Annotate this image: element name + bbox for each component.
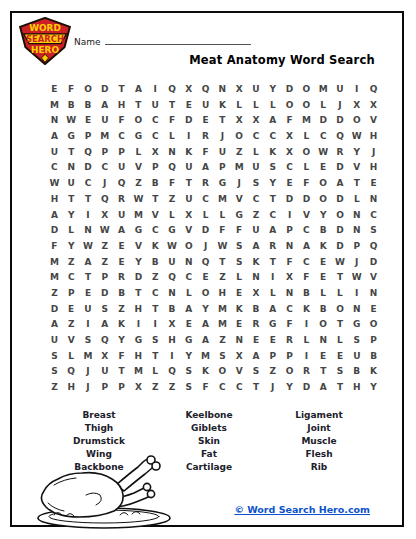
grid-cell[interactable]: D — [96, 286, 113, 302]
grid-cell[interactable]: F — [298, 270, 315, 286]
grid-cell[interactable]: D — [46, 223, 63, 239]
grid-cell[interactable]: E — [80, 286, 97, 302]
grid-cell[interactable]: L — [332, 286, 349, 302]
grid-cell[interactable]: R — [197, 176, 214, 192]
grid-cell[interactable]: O — [315, 176, 332, 192]
grid-cell[interactable]: L — [180, 286, 197, 302]
grid-cell[interactable]: G — [348, 317, 365, 333]
grid-cell[interactable]: D — [281, 82, 298, 98]
grid-cell[interactable]: Y — [365, 380, 382, 396]
grid-cell[interactable]: C — [147, 113, 164, 129]
grid-cell[interactable]: D — [332, 239, 349, 255]
grid-cell[interactable]: S — [214, 349, 231, 365]
grid-cell[interactable]: C — [96, 160, 113, 176]
grid-cell[interactable]: O — [298, 145, 315, 161]
grid-cell[interactable]: Z — [147, 380, 164, 396]
grid-cell[interactable]: O — [80, 82, 97, 98]
grid-cell[interactable]: B — [248, 302, 265, 318]
grid-cell[interactable]: P — [96, 270, 113, 286]
grid-cell[interactable]: V — [365, 113, 382, 129]
grid-cell[interactable]: B — [315, 302, 332, 318]
grid-cell[interactable]: O — [315, 192, 332, 208]
grid-cell[interactable]: H — [348, 380, 365, 396]
grid-cell[interactable]: A — [264, 302, 281, 318]
grid-cell[interactable]: T — [63, 145, 80, 161]
grid-cell[interactable]: I — [264, 270, 281, 286]
grid-cell[interactable]: N — [164, 286, 181, 302]
grid-cell[interactable]: Y — [315, 208, 332, 224]
grid-cell[interactable]: O — [365, 317, 382, 333]
grid-cell[interactable]: L — [164, 208, 181, 224]
grid-cell[interactable]: T — [315, 364, 332, 380]
grid-cell[interactable]: C — [264, 129, 281, 145]
grid-cell[interactable]: N — [164, 145, 181, 161]
grid-cell[interactable]: F — [63, 82, 80, 98]
grid-cell[interactable]: H — [46, 192, 63, 208]
grid-cell[interactable]: T — [348, 176, 365, 192]
grid-cell[interactable]: T — [180, 176, 197, 192]
grid-cell[interactable]: T — [63, 192, 80, 208]
grid-cell[interactable]: R — [298, 364, 315, 380]
grid-cell[interactable]: B — [315, 223, 332, 239]
grid-cell[interactable]: Q — [63, 364, 80, 380]
grid-cell[interactable]: H — [130, 302, 147, 318]
grid-cell[interactable]: S — [46, 349, 63, 365]
grid-cell[interactable]: A — [264, 223, 281, 239]
grid-cell[interactable]: Q — [164, 160, 181, 176]
grid-cell[interactable]: T — [332, 270, 349, 286]
grid-cell[interactable]: N — [214, 82, 231, 98]
grid-cell[interactable]: L — [63, 223, 80, 239]
grid-cell[interactable]: S — [332, 364, 349, 380]
grid-cell[interactable]: U — [248, 160, 265, 176]
grid-cell[interactable]: E — [180, 98, 197, 114]
grid-cell[interactable]: Z — [96, 239, 113, 255]
grid-cell[interactable]: U — [248, 82, 265, 98]
grid-cell[interactable]: U — [214, 145, 231, 161]
grid-cell[interactable]: E — [231, 286, 248, 302]
grid-cell[interactable]: Z — [164, 380, 181, 396]
grid-cell[interactable]: D — [80, 160, 97, 176]
grid-cell[interactable]: T — [80, 192, 97, 208]
grid-cell[interactable]: X — [365, 98, 382, 114]
grid-cell[interactable]: Y — [197, 302, 214, 318]
grid-cell[interactable]: C — [248, 129, 265, 145]
grid-cell[interactable]: J — [332, 98, 349, 114]
grid-cell[interactable]: X — [281, 145, 298, 161]
grid-cell[interactable]: G — [231, 208, 248, 224]
grid-cell[interactable]: U — [46, 145, 63, 161]
grid-cell[interactable]: H — [113, 98, 130, 114]
grid-cell[interactable]: U — [197, 98, 214, 114]
grid-cell[interactable]: W — [96, 223, 113, 239]
grid-cell[interactable]: L — [63, 349, 80, 365]
grid-cell[interactable]: T — [214, 255, 231, 271]
grid-cell[interactable]: O — [348, 113, 365, 129]
grid-cell[interactable]: O — [298, 82, 315, 98]
grid-cell[interactable]: Z — [63, 255, 80, 271]
grid-cell[interactable]: K — [113, 317, 130, 333]
grid-cell[interactable]: U — [80, 302, 97, 318]
grid-cell[interactable]: M — [96, 129, 113, 145]
grid-cell[interactable]: I — [348, 286, 365, 302]
grid-cell[interactable]: F — [231, 223, 248, 239]
grid-cell[interactable]: E — [80, 113, 97, 129]
grid-cell[interactable]: P — [80, 129, 97, 145]
grid-cell[interactable]: H — [164, 333, 181, 349]
grid-cell[interactable]: S — [365, 223, 382, 239]
grid-cell[interactable]: D — [46, 302, 63, 318]
grid-cell[interactable]: O — [231, 129, 248, 145]
grid-cell[interactable]: D — [315, 113, 332, 129]
grid-cell[interactable]: M — [214, 192, 231, 208]
grid-cell[interactable]: D — [332, 223, 349, 239]
grid-cell[interactable]: Q — [96, 333, 113, 349]
grid-cell[interactable]: A — [298, 239, 315, 255]
grid-cell[interactable]: V — [130, 239, 147, 255]
grid-cell[interactable]: B — [348, 364, 365, 380]
grid-cell[interactable]: B — [298, 286, 315, 302]
grid-cell[interactable]: L — [298, 333, 315, 349]
grid-cell[interactable]: T — [147, 192, 164, 208]
grid-cell[interactable]: E — [315, 255, 332, 271]
grid-cell[interactable]: A — [96, 98, 113, 114]
grid-cell[interactable]: L — [315, 98, 332, 114]
grid-cell[interactable]: T — [130, 98, 147, 114]
grid-cell[interactable]: L — [214, 208, 231, 224]
grid-cell[interactable]: K — [147, 239, 164, 255]
grid-cell[interactable]: Z — [130, 176, 147, 192]
grid-cell[interactable]: A — [130, 82, 147, 98]
grid-cell[interactable]: X — [231, 113, 248, 129]
grid-cell[interactable]: E — [264, 333, 281, 349]
grid-cell[interactable]: L — [147, 364, 164, 380]
grid-cell[interactable]: C — [264, 208, 281, 224]
grid-cell[interactable]: Q — [164, 82, 181, 98]
grid-cell[interactable]: C — [147, 286, 164, 302]
grid-cell[interactable]: E — [113, 239, 130, 255]
grid-cell[interactable]: G — [264, 317, 281, 333]
grid-cell[interactable]: U — [147, 98, 164, 114]
grid-cell[interactable]: I — [164, 349, 181, 365]
grid-cell[interactable]: D — [298, 380, 315, 396]
grid-cell[interactable]: B — [147, 255, 164, 271]
grid-cell[interactable]: B — [164, 302, 181, 318]
grid-cell[interactable]: F — [164, 113, 181, 129]
grid-cell[interactable]: Q — [80, 145, 97, 161]
grid-cell[interactable]: O — [281, 364, 298, 380]
grid-cell[interactable]: L — [298, 129, 315, 145]
grid-cell[interactable]: F — [197, 145, 214, 161]
grid-cell[interactable]: N — [365, 192, 382, 208]
grid-cell[interactable]: G — [63, 129, 80, 145]
grid-cell[interactable]: T — [113, 82, 130, 98]
grid-cell[interactable]: M — [130, 364, 147, 380]
grid-cell[interactable]: L — [332, 333, 349, 349]
grid-cell[interactable]: C — [180, 270, 197, 286]
grid-cell[interactable]: E — [63, 302, 80, 318]
grid-cell[interactable]: T — [248, 380, 265, 396]
grid-cell[interactable]: X — [147, 145, 164, 161]
grid-cell[interactable]: V — [365, 270, 382, 286]
grid-cell[interactable]: S — [231, 239, 248, 255]
grid-cell[interactable]: X — [130, 380, 147, 396]
grid-cell[interactable]: T — [264, 192, 281, 208]
grid-cell[interactable]: C — [147, 223, 164, 239]
grid-cell[interactable]: H — [365, 129, 382, 145]
grid-cell[interactable]: T — [214, 113, 231, 129]
grid-cell[interactable]: W — [164, 239, 181, 255]
grid-cell[interactable]: Q — [113, 176, 130, 192]
grid-cell[interactable]: P — [281, 349, 298, 365]
grid-cell[interactable]: J — [348, 255, 365, 271]
grid-cell[interactable]: L — [231, 98, 248, 114]
grid-cell[interactable]: C — [214, 380, 231, 396]
grid-cell[interactable]: G — [130, 129, 147, 145]
grid-cell[interactable]: Q — [365, 239, 382, 255]
grid-cell[interactable]: R — [281, 333, 298, 349]
grid-cell[interactable]: G — [214, 176, 231, 192]
grid-cell[interactable]: H — [130, 349, 147, 365]
grid-cell[interactable]: X — [180, 208, 197, 224]
grid-cell[interactable]: Z — [164, 192, 181, 208]
grid-cell[interactable]: E — [315, 349, 332, 365]
grid-cell[interactable]: A — [46, 208, 63, 224]
grid-cell[interactable]: W — [348, 270, 365, 286]
grid-cell[interactable]: X — [164, 317, 181, 333]
grid-cell[interactable]: E — [113, 255, 130, 271]
grid-cell[interactable]: M — [315, 82, 332, 98]
grid-cell[interactable]: C — [113, 129, 130, 145]
grid-cell[interactable]: Q — [197, 82, 214, 98]
grid-cell[interactable]: N — [315, 333, 332, 349]
grid-cell[interactable]: B — [365, 349, 382, 365]
grid-cell[interactable]: H — [63, 380, 80, 396]
grid-cell[interactable]: I — [348, 82, 365, 98]
grid-cell[interactable]: O — [130, 113, 147, 129]
grid-cell[interactable]: T — [164, 98, 181, 114]
grid-cell[interactable]: Y — [348, 145, 365, 161]
grid-cell[interactable]: D — [96, 82, 113, 98]
grid-cell[interactable]: C — [80, 176, 97, 192]
grid-cell[interactable]: L — [248, 145, 265, 161]
grid-cell[interactable]: P — [113, 380, 130, 396]
grid-cell[interactable]: E — [365, 176, 382, 192]
grid-cell[interactable]: A — [332, 176, 349, 192]
grid-cell[interactable]: R — [248, 317, 265, 333]
grid-cell[interactable]: D — [332, 192, 349, 208]
grid-cell[interactable]: L — [164, 129, 181, 145]
grid-cell[interactable]: X — [96, 349, 113, 365]
grid-cell[interactable]: I — [298, 317, 315, 333]
grid-cell[interactable]: F — [281, 113, 298, 129]
grid-cell[interactable]: O — [332, 208, 349, 224]
grid-cell[interactable]: N — [231, 333, 248, 349]
grid-cell[interactable]: V — [298, 208, 315, 224]
grid-cell[interactable]: Y — [63, 208, 80, 224]
grid-cell[interactable]: A — [180, 302, 197, 318]
grid-cell[interactable]: A — [197, 333, 214, 349]
grid-cell[interactable]: M — [231, 160, 248, 176]
grid-cell[interactable]: G — [130, 223, 147, 239]
name-input-line[interactable] — [105, 43, 251, 45]
grid-cell[interactable]: N — [348, 302, 365, 318]
grid-cell[interactable]: J — [365, 145, 382, 161]
grid-cell[interactable]: L — [197, 208, 214, 224]
grid-cell[interactable]: P — [365, 333, 382, 349]
grid-cell[interactable]: W — [332, 255, 349, 271]
grid-cell[interactable]: U — [96, 113, 113, 129]
grid-cell[interactable]: Y — [180, 349, 197, 365]
grid-cell[interactable]: K — [214, 98, 231, 114]
grid-cell[interactable]: N — [63, 160, 80, 176]
grid-cell[interactable]: P — [214, 160, 231, 176]
grid-cell[interactable]: K — [180, 145, 197, 161]
grid-cell[interactable]: S — [96, 302, 113, 318]
grid-cell[interactable]: O — [298, 98, 315, 114]
grid-cell[interactable]: B — [80, 98, 97, 114]
grid-cell[interactable]: E — [315, 160, 332, 176]
grid-cell[interactable]: L — [264, 286, 281, 302]
grid-cell[interactable]: F — [298, 176, 315, 192]
grid-cell[interactable]: G — [180, 333, 197, 349]
grid-cell[interactable]: J — [214, 129, 231, 145]
grid-cell[interactable]: Q — [365, 82, 382, 98]
grid-cell[interactable]: L — [264, 98, 281, 114]
grid-cell[interactable]: C — [281, 160, 298, 176]
grid-cell[interactable]: W — [315, 145, 332, 161]
grid-cell[interactable]: I — [80, 208, 97, 224]
grid-cell[interactable]: U — [96, 364, 113, 380]
grid-cell[interactable]: A — [197, 317, 214, 333]
grid-cell[interactable]: D — [332, 160, 349, 176]
grid-cell[interactable]: B — [147, 176, 164, 192]
grid-cell[interactable]: Q — [197, 255, 214, 271]
grid-cell[interactable]: C — [231, 380, 248, 396]
grid-cell[interactable]: N — [46, 113, 63, 129]
grid-cell[interactable]: I — [147, 82, 164, 98]
grid-cell[interactable]: E — [315, 270, 332, 286]
grid-cell[interactable]: R — [113, 192, 130, 208]
grid-cell[interactable]: N — [281, 239, 298, 255]
grid-cell[interactable]: C — [248, 192, 265, 208]
grid-cell[interactable]: E — [332, 349, 349, 365]
grid-cell[interactable]: Q — [164, 364, 181, 380]
grid-cell[interactable]: S — [348, 333, 365, 349]
grid-cell[interactable]: S — [180, 380, 197, 396]
grid-cell[interactable]: S — [231, 255, 248, 271]
grid-cell[interactable]: Z — [113, 302, 130, 318]
grid-cell[interactable]: D — [298, 192, 315, 208]
grid-cell[interactable]: A — [46, 129, 63, 145]
grid-cell[interactable]: H — [214, 286, 231, 302]
grid-cell[interactable]: P — [147, 160, 164, 176]
grid-cell[interactable]: D — [281, 192, 298, 208]
grid-cell[interactable]: X — [96, 208, 113, 224]
grid-cell[interactable]: S — [248, 176, 265, 192]
grid-cell[interactable]: J — [197, 239, 214, 255]
grid-cell[interactable]: T — [113, 364, 130, 380]
grid-cell[interactable]: A — [96, 317, 113, 333]
grid-cell[interactable]: A — [113, 223, 130, 239]
grid-cell[interactable]: Q — [164, 270, 181, 286]
grid-cell[interactable]: N — [80, 223, 97, 239]
grid-cell[interactable]: X — [248, 286, 265, 302]
grid-cell[interactable]: A — [248, 239, 265, 255]
grid-cell[interactable]: A — [315, 380, 332, 396]
grid-cell[interactable]: X — [281, 129, 298, 145]
grid-cell[interactable]: E — [281, 176, 298, 192]
grid-cell[interactable]: W — [214, 239, 231, 255]
grid-cell[interactable]: D — [365, 255, 382, 271]
grid-cell[interactable]: D — [197, 223, 214, 239]
grid-cell[interactable]: T — [147, 349, 164, 365]
grid-cell[interactable]: J — [80, 364, 97, 380]
grid-cell[interactable]: I — [80, 317, 97, 333]
grid-cell[interactable]: M — [214, 302, 231, 318]
grid-cell[interactable]: E — [46, 82, 63, 98]
grid-cell[interactable]: P — [281, 223, 298, 239]
grid-cell[interactable]: H — [365, 160, 382, 176]
grid-cell[interactable]: S — [264, 160, 281, 176]
grid-cell[interactable]: C — [197, 192, 214, 208]
grid-cell[interactable]: V — [147, 208, 164, 224]
grid-cell[interactable]: P — [63, 286, 80, 302]
grid-cell[interactable]: N — [248, 270, 265, 286]
grid-cell[interactable]: T — [264, 255, 281, 271]
grid-cell[interactable]: Y — [63, 239, 80, 255]
grid-cell[interactable]: W — [46, 176, 63, 192]
grid-cell[interactable]: U — [248, 223, 265, 239]
grid-cell[interactable]: M — [46, 98, 63, 114]
grid-cell[interactable]: S — [248, 364, 265, 380]
grid-cell[interactable]: U — [164, 255, 181, 271]
grid-cell[interactable]: J — [80, 380, 97, 396]
grid-cell[interactable]: S — [46, 364, 63, 380]
grid-cell[interactable]: T — [130, 286, 147, 302]
grid-cell[interactable]: M — [197, 349, 214, 365]
grid-cell[interactable]: C — [281, 302, 298, 318]
grid-cell[interactable]: Y — [281, 380, 298, 396]
grid-cell[interactable]: C — [147, 129, 164, 145]
grid-cell[interactable]: R — [197, 129, 214, 145]
grid-cell[interactable]: P — [113, 145, 130, 161]
grid-cell[interactable]: U — [46, 333, 63, 349]
grid-cell[interactable]: A — [264, 113, 281, 129]
grid-cell[interactable]: E — [180, 317, 197, 333]
grid-cell[interactable]: V — [231, 364, 248, 380]
grid-cell[interactable]: Q — [96, 192, 113, 208]
grid-cell[interactable]: U — [180, 160, 197, 176]
grid-cell[interactable]: C — [315, 129, 332, 145]
grid-cell[interactable]: L — [248, 98, 265, 114]
grid-cell[interactable]: W — [63, 113, 80, 129]
grid-cell[interactable]: Z — [248, 208, 265, 224]
copyright-link[interactable]: © Word Search Hero.com — [234, 504, 370, 515]
grid-cell[interactable]: F — [197, 380, 214, 396]
grid-cell[interactable]: Z — [147, 270, 164, 286]
grid-cell[interactable]: V — [180, 223, 197, 239]
grid-cell[interactable]: I — [130, 317, 147, 333]
grid-cell[interactable]: L — [315, 286, 332, 302]
grid-cell[interactable]: C — [298, 255, 315, 271]
grid-cell[interactable]: W — [348, 129, 365, 145]
grid-cell[interactable]: W — [130, 192, 147, 208]
grid-cell[interactable]: L — [348, 192, 365, 208]
grid-cell[interactable]: E — [365, 302, 382, 318]
grid-cell[interactable]: T — [147, 302, 164, 318]
grid-cell[interactable]: X — [180, 82, 197, 98]
